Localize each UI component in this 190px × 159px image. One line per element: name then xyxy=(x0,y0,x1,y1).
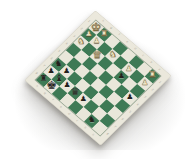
coordinate-label: c xyxy=(141,54,144,57)
coordinate-label: 8 xyxy=(105,133,108,136)
black-pawn-a4[interactable]: ♟ xyxy=(124,92,135,102)
photo-background: ♚♜♜♟♟♞♟♟♞♛♟♟♞♟♟♝♟♛♟♜♚♞ hhggffeeddccbbaa1… xyxy=(0,0,190,159)
coordinate-label: d xyxy=(67,112,70,115)
coordinate-label: 4 xyxy=(65,42,68,45)
coordinate-label: a xyxy=(157,68,160,71)
coordinate-label: f xyxy=(51,99,54,102)
white-pawn-a2[interactable]: ♟ xyxy=(139,77,150,87)
coordinate-label: 4 xyxy=(135,103,138,106)
coordinate-label: d xyxy=(133,47,136,50)
coordinate-label: 7 xyxy=(113,125,116,128)
coordinate-label: 2 xyxy=(150,88,153,91)
coordinate-label: e xyxy=(59,106,62,109)
coordinate-label: b xyxy=(83,126,86,129)
coordinate-label: c xyxy=(75,119,78,122)
coordinate-label: a xyxy=(91,133,94,136)
coordinate-label: h xyxy=(101,20,104,23)
coordinate-label: f xyxy=(117,33,120,36)
coordinate-label: e xyxy=(125,40,128,43)
coordinate-label: 5 xyxy=(57,50,60,53)
coordinate-label: 1 xyxy=(158,81,161,84)
coordinate-label: 6 xyxy=(120,118,123,121)
coordinate-label: g xyxy=(109,26,112,29)
coordinate-label: g xyxy=(43,92,46,95)
coordinate-label: h xyxy=(35,85,38,88)
coordinate-label: 5 xyxy=(128,110,131,113)
coordinate-label: b xyxy=(149,61,152,64)
coordinate-label: 3 xyxy=(143,96,146,99)
